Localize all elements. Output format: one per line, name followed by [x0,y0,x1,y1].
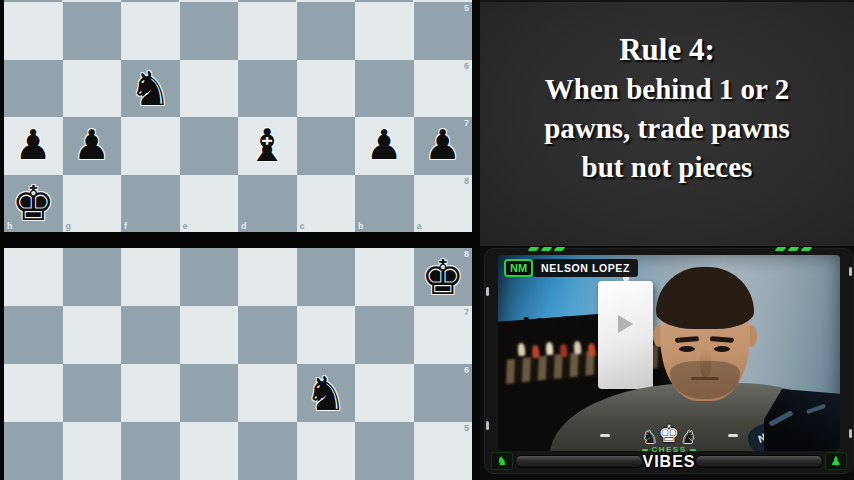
square-g6 [355,364,414,422]
square-h8: ♚8 [414,248,473,306]
square-e7 [180,117,239,175]
square-c8: c [297,175,356,233]
black-bishop: ♝ [238,117,297,175]
square-b8 [63,248,122,306]
square-h6 [4,60,63,118]
right-column: Rule 4: When behind 1 or 2 pawns, trade … [480,0,854,480]
square-a7: ♟7 [414,117,473,175]
board-bottom: ♚87♞65 [4,248,472,480]
logo-king-icon: ♚ [658,422,680,446]
square-e6 [180,60,239,118]
black-knight: ♞ [297,364,356,422]
file-label: f [124,221,127,231]
streamer-eye [714,346,730,352]
logo-dash [600,434,610,437]
square-h5 [4,2,63,60]
streamer-brow [675,336,699,343]
streamer-head [656,267,754,405]
logo-knight-right-icon: ♞ [681,429,696,446]
frame-notch [849,267,852,276]
rank-label: 6 [464,61,469,71]
rule-title: Rule 4: [480,30,854,70]
square-b6 [355,60,414,118]
webcam-panel: No NM NELSON LOPEZ ♞ ♟ [480,246,854,480]
black-pawn: ♟ [63,117,122,175]
rank-label: 6 [464,365,469,375]
square-e8: e [180,175,239,233]
chess-vibes-logo: ♞ ♚ ♞ CHESS VIBES [614,421,724,471]
file-label: a [417,221,422,231]
square-f7 [121,117,180,175]
square-b8: b [355,175,414,233]
square-b5 [355,2,414,60]
logo-dash [728,434,738,437]
square-a8 [4,248,63,306]
square-c7 [121,306,180,364]
square-d7: ♝ [238,117,297,175]
square-d6 [238,60,297,118]
square-f6: ♞ [121,60,180,118]
square-h6: 6 [414,364,473,422]
square-h7: 7 [414,306,473,364]
square-e7 [238,306,297,364]
square-b5 [63,422,122,480]
square-g6 [63,60,122,118]
rank-label: 5 [464,3,469,13]
black-knight: ♞ [121,60,180,118]
square-f8 [297,248,356,306]
square-g8 [355,248,414,306]
logo-pieces: ♞ ♚ ♞ [614,421,724,446]
chess-set-front-pieces [518,343,526,356]
rule-line-1: When behind 1 or 2 [480,70,854,109]
square-d5 [180,422,239,480]
black-king: ♚ [4,175,63,233]
square-b7: ♟ [355,117,414,175]
square-g7: ♟ [63,117,122,175]
square-a5: 5 [414,2,473,60]
board-column: 5♞6♟♟♝♟♟7♚hgfedcb8a ♚87♞65 [0,0,480,480]
square-d6 [180,364,239,422]
square-e6 [238,364,297,422]
rank-label: 7 [464,307,469,317]
square-a6: 6 [414,60,473,118]
square-g7 [355,306,414,364]
streamer-eye [679,346,695,352]
square-g5 [355,422,414,480]
file-label: c [300,221,305,231]
knight-icon: ♞ [491,452,513,470]
square-a7 [4,306,63,364]
square-d5 [238,2,297,60]
logo-knight-left-icon: ♞ [642,429,657,446]
frame-bottom-bar: ♞ ♟ ♞ ♚ ♞ CHESS [491,451,847,469]
glove-highlight [806,404,826,415]
square-f6: ♞ [297,364,356,422]
streamer-mouth [691,377,719,380]
square-c6 [121,364,180,422]
rank-label: 7 [464,118,469,128]
green-dashes-right [776,247,811,251]
rule-line-3: but not pieces [480,148,854,187]
square-f5 [121,2,180,60]
file-label: h [7,221,13,231]
nm-title-badge: NM [504,259,533,277]
green-dashes-left [529,247,564,251]
square-c8 [121,248,180,306]
square-d8 [180,248,239,306]
black-pawn: ♟ [355,117,414,175]
file-label: b [358,221,364,231]
square-c5 [297,2,356,60]
board-top: 5♞6♟♟♝♟♟7♚hgfedcb8a [4,2,472,232]
rank-label: 8 [464,249,469,259]
square-c7 [297,117,356,175]
square-a8: 8a [414,175,473,233]
square-e8 [238,248,297,306]
youtube-play-plaque [598,281,653,389]
logo-vibes-text: VIBES [614,453,724,471]
square-d7 [180,306,239,364]
streamer-name: NELSON LOPEZ [533,259,638,277]
square-e5 [238,422,297,480]
file-label: e [183,221,188,231]
square-a5 [4,422,63,480]
frame-notch [849,429,852,438]
rule-line-2: pawns, trade pawns [480,109,854,148]
streamer-brow [710,336,734,343]
square-h5: 5 [414,422,473,480]
chess-set-back-row [524,317,530,329]
rank-label: 8 [464,176,469,186]
file-label: d [241,221,247,231]
square-f7 [297,306,356,364]
square-b6 [63,364,122,422]
frame-notch [486,287,489,296]
file-label: g [66,221,72,231]
square-f8: f [121,175,180,233]
pawn-icon: ♟ [825,452,847,470]
square-h7: ♟ [4,117,63,175]
square-c5 [121,422,180,480]
rule-text: Rule 4: When behind 1 or 2 pawns, trade … [480,30,854,187]
board-divider [0,232,480,248]
streamer-stubble [670,361,740,399]
black-pawn: ♟ [4,117,63,175]
video-frame: 5♞6♟♟♝♟♟7♚hgfedcb8a ♚87♞65 Rule 4: When … [0,0,854,480]
rule-panel: Rule 4: When behind 1 or 2 pawns, trade … [480,0,854,248]
frame-notch [486,421,489,430]
square-g8: g [63,175,122,233]
square-a6 [4,364,63,422]
square-c6 [297,60,356,118]
square-e5 [180,2,239,60]
glove-highlight [768,410,793,427]
name-tag: NM NELSON LOPEZ [504,259,638,277]
webcam-frame: No NM NELSON LOPEZ ♞ ♟ [484,248,854,474]
streamer-hair [656,267,754,329]
square-b7 [63,306,122,364]
play-icon [618,315,633,333]
square-h8: ♚h [4,175,63,233]
square-d8: d [238,175,297,233]
square-g5 [63,2,122,60]
rank-label: 5 [464,423,469,433]
square-f5 [297,422,356,480]
